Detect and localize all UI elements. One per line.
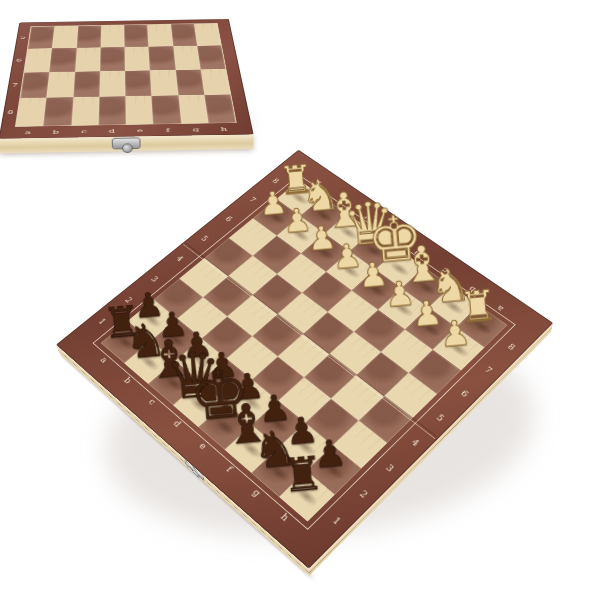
closed-square-r4c1 bbox=[16, 98, 47, 127]
closed-square-r1c8 bbox=[194, 23, 221, 45]
piece-shadow bbox=[237, 437, 265, 461]
closed-square-r2c8 bbox=[197, 45, 226, 69]
closed-square-r1c3 bbox=[76, 26, 101, 48]
closed-square-r3c3 bbox=[73, 71, 100, 97]
piece-shadow bbox=[288, 226, 313, 245]
piece-shadow bbox=[311, 206, 336, 224]
piece-shadow bbox=[211, 415, 238, 439]
closed-box-grid bbox=[15, 23, 237, 127]
closed-square-r2c6 bbox=[149, 46, 176, 70]
closed-square-r2c7 bbox=[173, 46, 201, 70]
board-perspective: ♜♞♝♛♚♝♞♜♟♟♟♟♟♟♟♟♟♟♟♟♟♟♟♟♜♞♝♛♚♝♞♜ abcdefg… bbox=[112, 143, 493, 524]
piece-shadow bbox=[291, 435, 319, 459]
closed-square-r4c7 bbox=[178, 95, 208, 124]
closed-square-r2c4 bbox=[100, 47, 125, 71]
piece-shadow bbox=[363, 280, 389, 300]
closed-file-label-h: h bbox=[209, 124, 239, 134]
closed-square-r4c4 bbox=[98, 96, 125, 125]
closed-square-r4c8 bbox=[204, 95, 236, 124]
piece-shadow bbox=[161, 372, 187, 394]
closed-square-r2c3 bbox=[75, 47, 101, 71]
closed-square-r1c4 bbox=[100, 25, 124, 47]
piece-shadow bbox=[113, 332, 138, 353]
closed-square-r3c5 bbox=[125, 70, 152, 96]
closed-file-label-c: c bbox=[70, 127, 98, 137]
piece-shadow bbox=[264, 208, 288, 226]
piece-shadow bbox=[312, 243, 337, 262]
piece-shadow bbox=[336, 223, 361, 242]
closed-square-r4c3 bbox=[71, 97, 99, 126]
piece-shadow bbox=[264, 413, 292, 437]
closed-square-r3c6 bbox=[150, 70, 178, 96]
piece-shadow bbox=[387, 259, 413, 279]
closed-square-r4c2 bbox=[43, 97, 72, 126]
board-frame: ♜♞♝♛♚♝♞♜♟♟♟♟♟♟♟♟♟♟♟♟♟♟♟♟♜♞♝♛♚♝♞♜ abcdefg… bbox=[56, 150, 553, 569]
closed-file-label-g: g bbox=[182, 125, 211, 135]
closed-box-top: abcdefgh 5678 bbox=[0, 19, 254, 139]
closed-square-r1c7 bbox=[171, 24, 197, 46]
piece-shadow bbox=[361, 241, 387, 260]
closed-box-clasp bbox=[112, 137, 141, 149]
piece-shadow bbox=[264, 460, 292, 485]
piece-shadow bbox=[468, 316, 496, 337]
closed-square-r1c5 bbox=[124, 25, 149, 47]
closed-square-r4c5 bbox=[125, 96, 153, 125]
piece-shadow bbox=[287, 189, 311, 207]
closed-file-label-e: e bbox=[126, 126, 154, 136]
closed-square-r3c2 bbox=[47, 71, 75, 97]
board-grid: ♜♞♝♛♚♝♞♜♟♟♟♟♟♟♟♟♟♟♟♟♟♟♟♟♜♞♝♛♚♝♞♜ bbox=[101, 180, 508, 521]
closed-file-label-d: d bbox=[98, 126, 126, 136]
piece-shadow bbox=[292, 483, 321, 509]
piece-shadow bbox=[186, 393, 213, 416]
piece-shadow bbox=[188, 349, 214, 371]
clasp-knob bbox=[192, 468, 201, 479]
closed-square-r2c1 bbox=[24, 48, 52, 72]
closed-square-r2c5 bbox=[125, 47, 151, 71]
piece-shadow bbox=[238, 391, 265, 414]
closed-square-r2c2 bbox=[50, 48, 77, 72]
closed-file-label-f: f bbox=[154, 125, 183, 135]
piece-shadow bbox=[413, 277, 439, 297]
closed-square-r1c6 bbox=[147, 24, 172, 46]
piece-shadow bbox=[417, 318, 444, 339]
piece-shadow bbox=[319, 458, 348, 483]
closed-square-r3c7 bbox=[175, 69, 204, 95]
closed-file-label-a: a bbox=[13, 128, 42, 138]
closed-square-r1c1 bbox=[28, 26, 55, 48]
closed-square-r4c6 bbox=[152, 95, 181, 124]
clasp-knob bbox=[122, 143, 133, 153]
closed-file-label-b: b bbox=[41, 127, 70, 137]
piece-shadow bbox=[444, 338, 472, 360]
closed-square-r3c1 bbox=[20, 72, 49, 98]
closed-square-r3c4 bbox=[99, 71, 125, 97]
closed-square-r3c8 bbox=[200, 69, 230, 95]
closed-square-r1c2 bbox=[52, 26, 78, 48]
piece-shadow bbox=[140, 310, 165, 331]
closed-box-front bbox=[0, 134, 254, 153]
